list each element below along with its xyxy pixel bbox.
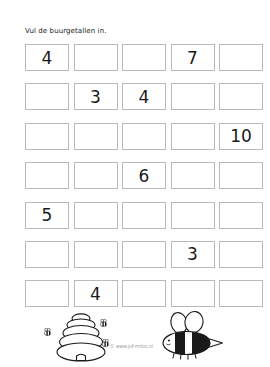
grid-cell-r1c2[interactable] [74, 44, 118, 71]
grid-cell-r4c5[interactable] [219, 162, 263, 189]
grid-cell-r7c2: 4 [74, 280, 118, 307]
grid-cell-r1c4: 7 [171, 44, 215, 71]
small-bee-icon [99, 319, 108, 327]
grid-cell-r7c3[interactable] [122, 280, 166, 307]
grid-cell-r5c1: 5 [25, 202, 69, 229]
credit-text: © www.juf-milou.nl [110, 344, 153, 349]
grid-cell-r2c4[interactable] [171, 83, 215, 110]
grid-cell-r5c5[interactable] [219, 202, 263, 229]
grid-cell-r4c3: 6 [122, 162, 166, 189]
grid-cell-r6c2[interactable] [74, 241, 118, 268]
small-bee-icon [43, 328, 52, 336]
grid-cell-r3c1[interactable] [25, 123, 69, 150]
page-title: Vul de buurgetallen in. [25, 27, 107, 35]
grid-cell-r6c3[interactable] [122, 241, 166, 268]
grid-cell-r1c5[interactable] [219, 44, 263, 71]
bee-illustration [150, 311, 226, 363]
grid-cell-r6c4: 3 [171, 241, 215, 268]
grid-cell-r3c2[interactable] [74, 123, 118, 150]
grid-cell-r7c5[interactable] [219, 280, 263, 307]
grid-cell-r1c3[interactable] [122, 44, 166, 71]
grid-cell-r6c5[interactable] [219, 241, 263, 268]
grid-cell-r6c1[interactable] [25, 241, 69, 268]
grid-cell-r3c4[interactable] [171, 123, 215, 150]
grid-cell-r4c1[interactable] [25, 162, 69, 189]
grid-cell-r2c1[interactable] [25, 83, 69, 110]
grid-cell-r2c5[interactable] [219, 83, 263, 110]
grid-cell-r5c4[interactable] [171, 202, 215, 229]
worksheet-page: Vul de buurgetallen in. 4734106534 [0, 0, 270, 367]
grid-cell-r3c5: 10 [219, 123, 263, 150]
grid-cell-r2c2: 3 [74, 83, 118, 110]
grid-cell-r3c3[interactable] [122, 123, 166, 150]
grid-cell-r5c3[interactable] [122, 202, 166, 229]
grid-cell-r2c3: 4 [122, 83, 166, 110]
grid-cell-r7c1[interactable] [25, 280, 69, 307]
grid-cell-r4c2[interactable] [74, 162, 118, 189]
grid-cell-r4c4[interactable] [171, 162, 215, 189]
grid-cell-r7c4[interactable] [171, 280, 215, 307]
small-bee-icon [101, 339, 110, 347]
grid-cell-r1c1: 4 [25, 44, 69, 71]
grid-cell-r5c2[interactable] [74, 202, 118, 229]
worksheet-grid: 4734106534 [25, 44, 263, 307]
